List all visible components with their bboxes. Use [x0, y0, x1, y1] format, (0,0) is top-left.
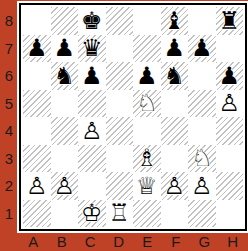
square-h8[interactable]: ♜♜ — [216, 7, 244, 35]
square-c8[interactable]: ♚♚ — [78, 7, 106, 35]
square-b7[interactable]: ♟♟ — [51, 35, 79, 63]
square-b2[interactable]: ♟♙ — [51, 172, 79, 200]
square-e3[interactable]: ♝♗ — [133, 145, 161, 173]
piece-white-rook[interactable]: ♖ — [106, 200, 134, 228]
square-a1[interactable] — [23, 200, 51, 228]
square-g7[interactable]: ♟♟ — [188, 35, 216, 63]
piece-halo: ♚ — [78, 7, 106, 35]
square-b3[interactable] — [51, 145, 79, 173]
piece-halo: ♞ — [161, 62, 189, 90]
square-a4[interactable] — [23, 117, 51, 145]
piece-halo: ♛ — [78, 35, 106, 63]
square-h7[interactable] — [216, 35, 244, 63]
square-g2[interactable]: ♟♙ — [188, 172, 216, 200]
board-grid: ♚♚♝♝♜♜♟♟♟♟♛♛♟♟♟♟♞♞♟♟♟♟♞♞♟♟♞♘♟♙♟♙♝♗♞♘♟♙♟♙… — [23, 7, 243, 227]
piece-halo: ♟ — [51, 35, 79, 63]
piece-halo: ♜ — [106, 200, 134, 228]
piece-halo: ♛ — [133, 172, 161, 200]
square-f4[interactable] — [161, 117, 189, 145]
square-d6[interactable] — [106, 62, 134, 90]
square-c4[interactable]: ♟♙ — [78, 117, 106, 145]
piece-white-queen[interactable]: ♕ — [133, 172, 161, 200]
piece-halo: ♝ — [161, 7, 189, 35]
square-c3[interactable] — [78, 145, 106, 173]
piece-halo: ♟ — [23, 35, 51, 63]
square-g4[interactable] — [188, 117, 216, 145]
rank-label-4: 4 — [0, 117, 18, 145]
piece-halo: ♟ — [161, 35, 189, 63]
piece-halo: ♟ — [51, 172, 79, 200]
piece-halo: ♞ — [188, 145, 216, 173]
piece-halo: ♞ — [51, 62, 79, 90]
square-f5[interactable] — [161, 90, 189, 118]
square-f3[interactable] — [161, 145, 189, 173]
piece-black-bishop[interactable]: ♝ — [161, 7, 189, 35]
square-h6[interactable]: ♟♟ — [216, 62, 244, 90]
piece-white-knight[interactable]: ♘ — [133, 90, 161, 118]
piece-black-pawn[interactable]: ♟ — [216, 62, 244, 90]
piece-white-pawn[interactable]: ♙ — [161, 172, 189, 200]
piece-black-pawn[interactable]: ♟ — [78, 62, 106, 90]
rank-label-5: 5 — [0, 90, 18, 118]
square-b4[interactable] — [51, 117, 79, 145]
piece-halo: ♞ — [133, 90, 161, 118]
rank-labels: 87654321 — [0, 7, 18, 227]
file-label-b: B — [48, 232, 77, 251]
square-b1[interactable] — [51, 200, 79, 228]
square-d8[interactable] — [106, 7, 134, 35]
square-d7[interactable] — [106, 35, 134, 63]
square-a8[interactable] — [23, 7, 51, 35]
square-g3[interactable]: ♞♘ — [188, 145, 216, 173]
piece-halo: ♝ — [133, 145, 161, 173]
square-e1[interactable] — [133, 200, 161, 228]
file-label-h: H — [219, 232, 248, 251]
piece-black-knight[interactable]: ♞ — [51, 62, 79, 90]
piece-halo: ♟ — [23, 172, 51, 200]
file-label-a: A — [19, 232, 48, 251]
file-label-e: E — [133, 232, 162, 251]
square-e7[interactable] — [133, 35, 161, 63]
piece-halo: ♚ — [78, 200, 106, 228]
square-d4[interactable] — [106, 117, 134, 145]
square-d1[interactable]: ♜♖ — [106, 200, 134, 228]
square-b6[interactable]: ♞♞ — [51, 62, 79, 90]
piece-halo: ♟ — [188, 172, 216, 200]
piece-halo: ♟ — [133, 62, 161, 90]
piece-white-knight[interactable]: ♘ — [188, 145, 216, 173]
square-e4[interactable] — [133, 117, 161, 145]
piece-halo: ♟ — [161, 172, 189, 200]
square-b5[interactable] — [51, 90, 79, 118]
square-h4[interactable] — [216, 117, 244, 145]
square-d5[interactable] — [106, 90, 134, 118]
piece-white-king[interactable]: ♔ — [78, 200, 106, 228]
square-c6[interactable]: ♟♟ — [78, 62, 106, 90]
file-label-g: G — [190, 232, 219, 251]
square-g6[interactable] — [188, 62, 216, 90]
square-g8[interactable] — [188, 7, 216, 35]
square-e2[interactable]: ♛♕ — [133, 172, 161, 200]
square-a2[interactable]: ♟♙ — [23, 172, 51, 200]
square-d2[interactable] — [106, 172, 134, 200]
piece-black-pawn[interactable]: ♟ — [188, 35, 216, 63]
file-label-f: F — [162, 232, 191, 251]
square-h1[interactable] — [216, 200, 244, 228]
square-a5[interactable] — [23, 90, 51, 118]
square-a7[interactable]: ♟♟ — [23, 35, 51, 63]
square-a6[interactable] — [23, 62, 51, 90]
piece-black-pawn[interactable]: ♟ — [51, 35, 79, 63]
piece-halo: ♟ — [78, 62, 106, 90]
square-e5[interactable]: ♞♘ — [133, 90, 161, 118]
square-e6[interactable]: ♟♟ — [133, 62, 161, 90]
file-labels: ABCDEFGH — [19, 232, 247, 251]
square-d3[interactable] — [106, 145, 134, 173]
piece-black-pawn[interactable]: ♟ — [133, 62, 161, 90]
file-label-c: C — [76, 232, 105, 251]
square-c5[interactable] — [78, 90, 106, 118]
piece-halo: ♟ — [216, 62, 244, 90]
square-b8[interactable] — [51, 7, 79, 35]
rank-label-6: 6 — [0, 62, 18, 90]
piece-halo: ♟ — [216, 90, 244, 118]
piece-black-rook[interactable]: ♜ — [216, 7, 244, 35]
rank-label-7: 7 — [0, 35, 18, 63]
piece-white-pawn[interactable]: ♙ — [51, 172, 79, 200]
piece-white-pawn[interactable]: ♙ — [216, 90, 244, 118]
square-c2[interactable] — [78, 172, 106, 200]
square-f1[interactable] — [161, 200, 189, 228]
square-f7[interactable]: ♟♟ — [161, 35, 189, 63]
square-a3[interactable] — [23, 145, 51, 173]
piece-black-pawn[interactable]: ♟ — [23, 35, 51, 63]
piece-white-bishop[interactable]: ♗ — [133, 145, 161, 173]
piece-black-knight[interactable]: ♞ — [161, 62, 189, 90]
square-f2[interactable]: ♟♙ — [161, 172, 189, 200]
square-c7[interactable]: ♛♛ — [78, 35, 106, 63]
rank-label-3: 3 — [0, 145, 18, 173]
rank-label-1: 1 — [0, 200, 18, 228]
square-f6[interactable]: ♞♞ — [161, 62, 189, 90]
piece-halo: ♟ — [188, 35, 216, 63]
file-label-d: D — [105, 232, 134, 251]
square-e8[interactable] — [133, 7, 161, 35]
rank-label-2: 2 — [0, 172, 18, 200]
rank-label-8: 8 — [0, 7, 18, 35]
square-h3[interactable] — [216, 145, 244, 173]
piece-black-queen[interactable]: ♛ — [78, 35, 106, 63]
square-c1[interactable]: ♚♔ — [78, 200, 106, 228]
piece-black-pawn[interactable]: ♟ — [161, 35, 189, 63]
piece-white-pawn[interactable]: ♙ — [78, 117, 106, 145]
square-g1[interactable] — [188, 200, 216, 228]
square-g5[interactable] — [188, 90, 216, 118]
piece-halo: ♜ — [216, 7, 244, 35]
square-f8[interactable]: ♝♝ — [161, 7, 189, 35]
chess-board: ♚♚♝♝♜♜♟♟♟♟♛♛♟♟♟♟♞♞♟♟♟♟♞♞♟♟♞♘♟♙♟♙♝♗♞♘♟♙♟♙… — [19, 3, 247, 231]
piece-white-pawn[interactable]: ♙ — [188, 172, 216, 200]
piece-white-pawn[interactable]: ♙ — [23, 172, 51, 200]
piece-halo: ♟ — [78, 117, 106, 145]
square-h5[interactable]: ♟♙ — [216, 90, 244, 118]
square-h2[interactable] — [216, 172, 244, 200]
piece-black-king[interactable]: ♚ — [78, 7, 106, 35]
